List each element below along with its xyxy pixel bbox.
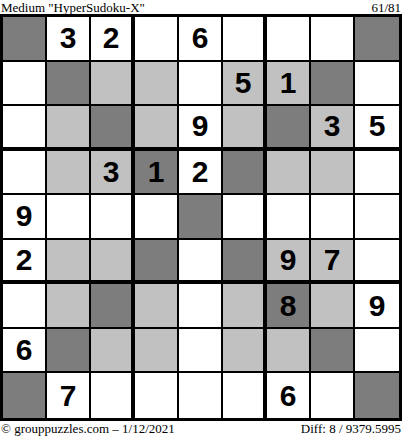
cell-r5c3[interactable] (91, 195, 135, 240)
cell-r8c2[interactable] (47, 329, 91, 374)
cell-r4c8[interactable] (311, 151, 355, 196)
cell-r6c3[interactable] (91, 240, 135, 285)
cell-r5c9[interactable] (355, 195, 399, 240)
cell-r6c5[interactable] (179, 240, 223, 285)
cell-r7c5[interactable] (179, 284, 223, 329)
cell-r7c2[interactable] (47, 284, 91, 329)
cell-r1c1[interactable] (3, 17, 47, 62)
cell-r5c8[interactable] (311, 195, 355, 240)
cell-r6c8[interactable]: 7 (311, 240, 355, 285)
copyright-text: © grouppuzzles.com – 1/12/2021 (1, 422, 175, 436)
cell-r8c9[interactable] (355, 329, 399, 374)
puzzle-title: Medium "HyperSudoku-X" (1, 1, 145, 14)
cell-r8c6[interactable] (223, 329, 267, 374)
cell-r8c4[interactable] (135, 329, 179, 374)
cell-r1c2[interactable]: 3 (47, 17, 91, 62)
cell-r6c6[interactable] (223, 240, 267, 285)
cell-r5c2[interactable] (47, 195, 91, 240)
cell-r8c1[interactable]: 6 (3, 329, 47, 374)
cell-r9c7[interactable]: 6 (267, 373, 311, 418)
cell-r8c5[interactable] (179, 329, 223, 374)
cell-r2c7[interactable]: 1 (267, 62, 311, 107)
cell-r1c5[interactable]: 6 (179, 17, 223, 62)
cell-r2c1[interactable] (3, 62, 47, 107)
cell-r8c7[interactable] (267, 329, 311, 374)
cell-r3c7[interactable] (267, 106, 311, 151)
cell-r4c5[interactable]: 2 (179, 151, 223, 196)
cell-r9c4[interactable] (135, 373, 179, 418)
cell-r3c8[interactable]: 3 (311, 106, 355, 151)
cell-r9c5[interactable] (179, 373, 223, 418)
cell-r8c3[interactable] (91, 329, 135, 374)
cell-r2c5[interactable] (179, 62, 223, 107)
cell-r1c9[interactable] (355, 17, 399, 62)
cell-r4c6[interactable] (223, 151, 267, 196)
cell-r5c5[interactable] (179, 195, 223, 240)
cell-r5c1[interactable]: 9 (3, 195, 47, 240)
cell-r3c1[interactable] (3, 106, 47, 151)
cell-r6c9[interactable] (355, 240, 399, 285)
cell-r9c1[interactable] (3, 373, 47, 418)
header: Medium "HyperSudoku-X" 61/81 (0, 0, 402, 14)
cell-r9c8[interactable] (311, 373, 355, 418)
cell-r7c3[interactable] (91, 284, 135, 329)
cell-r9c3[interactable] (91, 373, 135, 418)
cell-r2c9[interactable] (355, 62, 399, 107)
cell-r2c2[interactable] (47, 62, 91, 107)
cell-r5c4[interactable] (135, 195, 179, 240)
cell-r1c3[interactable]: 2 (91, 17, 135, 62)
cell-r2c4[interactable] (135, 62, 179, 107)
cell-r4c1[interactable] (3, 151, 47, 196)
cell-r5c6[interactable] (223, 195, 267, 240)
cell-r7c7[interactable]: 8 (267, 284, 311, 329)
cell-r3c4[interactable] (135, 106, 179, 151)
cell-r7c8[interactable] (311, 284, 355, 329)
cell-r1c8[interactable] (311, 17, 355, 62)
cell-r3c6[interactable] (223, 106, 267, 151)
cell-r3c9[interactable]: 5 (355, 106, 399, 151)
cell-r1c7[interactable] (267, 17, 311, 62)
cell-r7c4[interactable] (135, 284, 179, 329)
cell-r1c6[interactable] (223, 17, 267, 62)
cell-r5c7[interactable] (267, 195, 311, 240)
cell-r1c4[interactable] (135, 17, 179, 62)
cell-r6c7[interactable]: 9 (267, 240, 311, 285)
sudoku-board: 32651935312929789676 (0, 14, 402, 421)
cell-r3c3[interactable] (91, 106, 135, 151)
cell-r6c1[interactable]: 2 (3, 240, 47, 285)
footer: © grouppuzzles.com – 1/12/2021 Diff: 8 /… (0, 421, 402, 437)
cell-r4c9[interactable] (355, 151, 399, 196)
cell-r4c4[interactable]: 1 (135, 151, 179, 196)
cell-r4c3[interactable]: 3 (91, 151, 135, 196)
cell-r4c2[interactable] (47, 151, 91, 196)
puzzle-page: Medium "HyperSudoku-X" 61/81 32651935312… (0, 0, 402, 437)
cell-r9c6[interactable] (223, 373, 267, 418)
cell-r2c8[interactable] (311, 62, 355, 107)
cell-r2c3[interactable] (91, 62, 135, 107)
cell-r9c2[interactable]: 7 (47, 373, 91, 418)
cell-r3c2[interactable] (47, 106, 91, 151)
cell-r2c6[interactable]: 5 (223, 62, 267, 107)
cell-r7c9[interactable]: 9 (355, 284, 399, 329)
cell-r4c7[interactable] (267, 151, 311, 196)
cell-r3c5[interactable]: 9 (179, 106, 223, 151)
cell-r6c2[interactable] (47, 240, 91, 285)
cell-r9c9[interactable] (355, 373, 399, 418)
cell-r8c8[interactable] (311, 329, 355, 374)
cell-r6c4[interactable] (135, 240, 179, 285)
difficulty-text: Diff: 8 / 9379.5995 (301, 422, 401, 436)
remaining-counter: 61/81 (371, 1, 401, 14)
cell-r7c6[interactable] (223, 284, 267, 329)
cell-r7c1[interactable] (3, 284, 47, 329)
